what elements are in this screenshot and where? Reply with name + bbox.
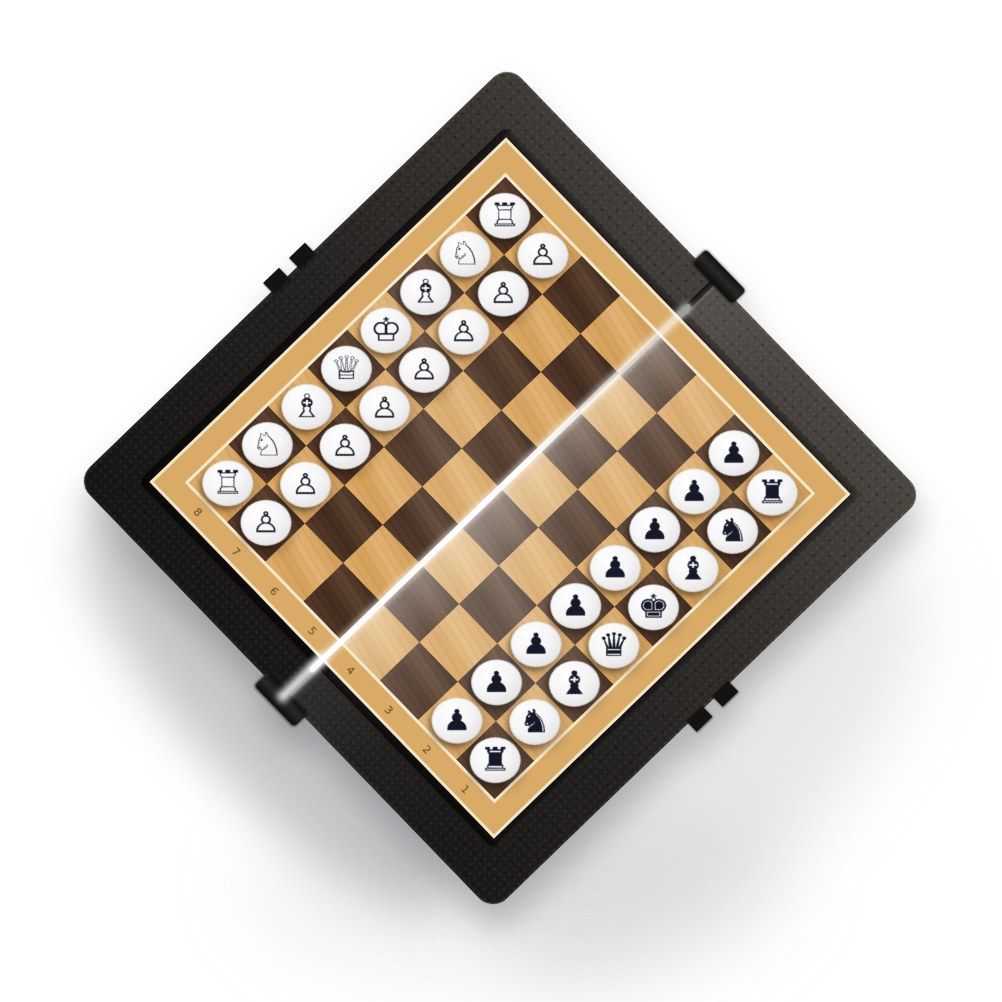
piece-glyph: ♛ bbox=[598, 628, 630, 660]
piece-white-bishop: ♗ bbox=[281, 384, 332, 430]
piece-glyph: ♘ bbox=[251, 428, 283, 460]
piece-white-pawn: ♙ bbox=[438, 309, 489, 355]
piece-glyph: ♙ bbox=[449, 316, 478, 345]
piece-black-pawn: ♟ bbox=[432, 698, 483, 744]
piece-glyph: ♙ bbox=[410, 355, 439, 384]
piece-glyph: ♕ bbox=[330, 352, 362, 384]
piece-black-rook: ♜ bbox=[747, 470, 798, 516]
fold-hinge-highlight bbox=[276, 652, 329, 704]
piece-black-king: ♚ bbox=[628, 584, 679, 630]
piece-black-pawn: ♟ bbox=[471, 659, 522, 705]
piece-white-pawn: ♙ bbox=[399, 347, 450, 393]
piece-black-rook: ♜ bbox=[470, 737, 521, 783]
piece-glyph: ♝ bbox=[677, 552, 709, 584]
piece-glyph: ♖ bbox=[489, 199, 521, 231]
piece-white-knight: ♘ bbox=[242, 422, 293, 468]
piece-white-bishop: ♗ bbox=[400, 269, 451, 315]
piece-glyph: ♙ bbox=[252, 508, 281, 537]
piece-glyph: ♗ bbox=[291, 390, 323, 422]
piece-black-queen: ♛ bbox=[588, 623, 639, 669]
piece-glyph: ♗ bbox=[409, 275, 441, 307]
piece-black-pawn: ♟ bbox=[629, 507, 680, 553]
piece-white-pawn: ♙ bbox=[478, 271, 529, 317]
piece-white-pawn: ♙ bbox=[241, 500, 292, 546]
clasp-top-edge bbox=[263, 243, 315, 294]
piece-glyph: ♔ bbox=[370, 313, 402, 345]
piece-glyph: ♟ bbox=[680, 476, 709, 505]
piece-glyph: ♟ bbox=[601, 553, 630, 582]
piece-glyph: ♟ bbox=[641, 514, 670, 543]
piece-glyph: ♙ bbox=[370, 393, 399, 422]
clasp-bottom-edge bbox=[686, 681, 738, 732]
chess-board: ♖♘♗♕♔♗♘♖♙♙♙♙♙♙♙♙♟♟♟♟♟♟♟♟♜♞♝♛♚♝♞♜ 8765432… bbox=[149, 137, 850, 838]
piece-glyph: ♟ bbox=[720, 438, 749, 467]
piece-white-pawn: ♙ bbox=[517, 232, 568, 278]
piece-black-knight: ♞ bbox=[707, 508, 758, 554]
piece-glyph: ♙ bbox=[529, 240, 558, 269]
piece-glyph: ♖ bbox=[212, 466, 244, 498]
piece-glyph: ♟ bbox=[443, 705, 472, 734]
piece-white-knight: ♘ bbox=[440, 231, 491, 277]
piece-glyph: ♜ bbox=[756, 476, 788, 508]
piece-glyph: ♟ bbox=[561, 591, 590, 620]
piece-white-rook: ♖ bbox=[202, 460, 253, 506]
piece-white-queen: ♕ bbox=[321, 346, 372, 392]
piece-glyph: ♟ bbox=[482, 667, 511, 696]
piece-black-bishop: ♝ bbox=[668, 546, 719, 592]
piece-glyph: ♞ bbox=[519, 705, 551, 737]
piece-white-rook: ♖ bbox=[479, 193, 530, 239]
piece-glyph: ♟ bbox=[522, 629, 551, 658]
piece-black-pawn: ♟ bbox=[550, 583, 601, 629]
piece-glyph: ♚ bbox=[637, 590, 669, 622]
piece-glyph: ♙ bbox=[291, 469, 320, 498]
piece-glyph: ♘ bbox=[449, 237, 481, 269]
piece-black-knight: ♞ bbox=[509, 699, 560, 745]
piece-black-pawn: ♟ bbox=[511, 621, 562, 667]
piece-black-pawn: ♟ bbox=[708, 430, 759, 476]
piece-white-pawn: ♙ bbox=[359, 385, 410, 431]
piece-glyph: ♞ bbox=[716, 514, 748, 546]
piece-white-pawn: ♙ bbox=[320, 423, 371, 469]
chess-case: ♖♘♗♕♔♗♘♖♙♙♙♙♙♙♙♙♟♟♟♟♟♟♟♟♜♞♝♛♚♝♞♜ 8765432… bbox=[76, 64, 924, 912]
piece-white-king: ♔ bbox=[361, 307, 412, 353]
piece-glyph: ♜ bbox=[479, 743, 511, 775]
piece-glyph: ♝ bbox=[558, 667, 590, 699]
product-photo: ♖♘♗♕♔♗♘♖♙♙♙♙♙♙♙♙♟♟♟♟♟♟♟♟♜♞♝♛♚♝♞♜ 8765432… bbox=[0, 0, 1002, 1002]
piece-black-pawn: ♟ bbox=[669, 468, 720, 514]
piece-black-pawn: ♟ bbox=[590, 545, 641, 591]
piece-black-bishop: ♝ bbox=[549, 661, 600, 707]
piece-glyph: ♙ bbox=[331, 431, 360, 460]
piece-glyph: ♙ bbox=[489, 278, 518, 307]
piece-white-pawn: ♙ bbox=[280, 462, 331, 508]
